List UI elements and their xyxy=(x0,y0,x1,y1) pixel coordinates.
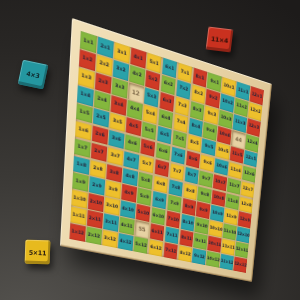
tile-7x8[interactable]: 7×8 xyxy=(168,179,183,197)
tile-8x6[interactable]: 8×6 xyxy=(186,150,201,169)
tile-7x4[interactable]: 7×4 xyxy=(173,113,188,132)
tile-4x12[interactable]: 4×12 xyxy=(118,233,133,251)
tile-3x12[interactable]: 3×12 xyxy=(102,230,118,248)
empty-slot-44[interactable]: 44 xyxy=(231,130,245,148)
tile-2x10[interactable]: 2×10 xyxy=(88,193,104,212)
tile-1x4[interactable]: 1×4 xyxy=(77,85,94,106)
tile-3x6[interactable]: 3×6 xyxy=(108,129,124,149)
tile-4x10[interactable]: 4×10 xyxy=(120,201,136,219)
tile-1x11[interactable]: 1×11 xyxy=(70,207,86,226)
tile-11x6[interactable]: 11×6 xyxy=(228,162,242,180)
tile-6x8[interactable]: 6×8 xyxy=(153,175,168,193)
tile-3x5[interactable]: 3×5 xyxy=(109,112,125,132)
tile-7x7[interactable]: 7×7 xyxy=(169,163,184,181)
tile-9x12[interactable]: 9×12 xyxy=(192,248,206,265)
tile-11x3[interactable]: 11×3 xyxy=(233,114,247,133)
tile-12x8[interactable]: 12×8 xyxy=(239,196,253,213)
tile-1x10[interactable]: 1×10 xyxy=(71,190,87,209)
tile-6x7[interactable]: 6×7 xyxy=(154,159,169,178)
multiplication-board: 1×12×13×14×15×16×17×18×19×110×111×112×11… xyxy=(60,18,272,282)
tile-9x6[interactable]: 9×6 xyxy=(200,154,215,172)
tile-grid: 1×12×13×14×15×16×17×18×19×110×111×112×11… xyxy=(69,31,264,273)
tile-1x12[interactable]: 1×12 xyxy=(69,223,85,241)
tile-2x4[interactable]: 2×4 xyxy=(94,90,110,111)
tile-1x8[interactable]: 1×8 xyxy=(73,155,89,175)
tile-12x4[interactable]: 12×4 xyxy=(245,134,259,152)
tile-12x3[interactable]: 12×3 xyxy=(247,118,261,136)
tile-2x6[interactable]: 2×6 xyxy=(92,125,108,145)
cube-5x11[interactable]: 5×11 xyxy=(25,240,51,265)
tile-7x6[interactable]: 7×6 xyxy=(171,146,186,165)
tile-6x4[interactable]: 6×4 xyxy=(158,109,173,129)
tile-3x11[interactable]: 3×11 xyxy=(103,214,119,232)
tile-9x7[interactable]: 9×7 xyxy=(199,170,214,188)
tile-10x12[interactable]: 10×12 xyxy=(206,251,220,268)
tile-5x4[interactable]: 5×4 xyxy=(142,104,158,124)
tile-2x11[interactable]: 2×11 xyxy=(87,210,103,229)
tile-10x5[interactable]: 10×5 xyxy=(216,142,230,160)
tile-9x5[interactable]: 9×5 xyxy=(201,138,216,157)
tile-9x9[interactable]: 9×9 xyxy=(196,202,210,220)
tile-5x9[interactable]: 5×9 xyxy=(137,188,152,206)
tile-9x10[interactable]: 9×10 xyxy=(195,217,209,234)
tile-11x9[interactable]: 11×9 xyxy=(224,208,238,225)
tile-2x7[interactable]: 2×7 xyxy=(91,142,107,162)
tile-12x7[interactable]: 12×7 xyxy=(241,181,255,198)
tile-1x5[interactable]: 1×5 xyxy=(76,103,93,124)
tile-5x5[interactable]: 5×5 xyxy=(141,121,157,141)
tile-12x11[interactable]: 12×11 xyxy=(235,242,249,258)
tile-10x4[interactable]: 10×4 xyxy=(217,126,231,145)
tile-5x12[interactable]: 5×12 xyxy=(133,236,148,254)
tile-10x6[interactable]: 10×6 xyxy=(214,158,228,176)
tile-5x7[interactable]: 5×7 xyxy=(139,155,154,174)
tile-1x9[interactable]: 1×9 xyxy=(72,173,88,192)
tile-1x6[interactable]: 1×6 xyxy=(75,121,92,141)
tile-10x7[interactable]: 10×7 xyxy=(213,174,227,192)
tile-11x5[interactable]: 11×5 xyxy=(230,146,244,164)
tile-11x10[interactable]: 11×10 xyxy=(223,224,237,241)
tile-3x8[interactable]: 3×8 xyxy=(106,164,122,183)
tile-12x6[interactable]: 12×6 xyxy=(242,165,256,183)
tile-6x9[interactable]: 6×9 xyxy=(152,191,167,209)
cube-11x4[interactable]: 11×4 xyxy=(206,27,234,53)
tile-8x11[interactable]: 8×11 xyxy=(179,230,194,247)
tile-4x11[interactable]: 4×11 xyxy=(119,217,134,235)
tile-2x9[interactable]: 2×9 xyxy=(89,177,105,196)
tile-11x12[interactable]: 11×12 xyxy=(220,254,234,270)
tile-12x12[interactable]: 12×12 xyxy=(233,257,247,273)
tile-5x6[interactable]: 5×6 xyxy=(140,138,156,157)
tile-10x11[interactable]: 10×11 xyxy=(207,236,221,253)
tile-4x4[interactable]: 4×4 xyxy=(127,100,143,120)
tile-9x8[interactable]: 9×8 xyxy=(197,186,212,204)
tile-2x5[interactable]: 2×5 xyxy=(93,108,109,128)
cube-4x3[interactable]: 4×3 xyxy=(18,60,49,90)
tile-3x7[interactable]: 3×7 xyxy=(107,147,123,166)
tile-9x4[interactable]: 9×4 xyxy=(203,122,218,141)
tile-10x9[interactable]: 10×9 xyxy=(210,205,224,222)
tile-12x5[interactable]: 12×5 xyxy=(244,150,258,168)
tile-7x10[interactable]: 7×10 xyxy=(166,211,181,229)
tile-8x7[interactable]: 8×7 xyxy=(184,166,199,184)
tile-4x8[interactable]: 4×8 xyxy=(122,167,138,186)
tile-8x9[interactable]: 8×9 xyxy=(182,198,197,216)
tile-1x7[interactable]: 1×7 xyxy=(74,138,90,158)
tile-7x5[interactable]: 7×5 xyxy=(172,130,187,149)
tile-6x12[interactable]: 6×12 xyxy=(148,239,163,256)
tile-6x11[interactable]: 6×11 xyxy=(149,224,164,242)
tile-8x4[interactable]: 8×4 xyxy=(188,117,203,136)
tile-11x11[interactable]: 11×11 xyxy=(221,239,235,256)
tile-8x12[interactable]: 8×12 xyxy=(178,245,193,262)
tile-11x7[interactable]: 11×7 xyxy=(227,177,241,195)
tile-4x9[interactable]: 4×9 xyxy=(121,184,137,203)
tile-5x8[interactable]: 5×8 xyxy=(138,171,153,190)
photo-background: 1×12×13×14×15×16×17×18×19×110×111×112×11… xyxy=(0,0,300,300)
tile-7x9[interactable]: 7×9 xyxy=(167,195,182,213)
tile-7x11[interactable]: 7×11 xyxy=(164,227,179,244)
tile-10x8[interactable]: 10×8 xyxy=(212,189,226,207)
tile-3x4[interactable]: 3×4 xyxy=(110,95,126,115)
tile-3x9[interactable]: 3×9 xyxy=(105,180,121,199)
tile-6x10[interactable]: 6×10 xyxy=(151,208,166,226)
tile-3x10[interactable]: 3×10 xyxy=(104,197,120,216)
tile-8x5[interactable]: 8×5 xyxy=(187,134,202,153)
tile-8x10[interactable]: 8×10 xyxy=(180,214,195,231)
tile-6x6[interactable]: 6×6 xyxy=(155,142,170,161)
tile-2x12[interactable]: 2×12 xyxy=(86,227,102,245)
tile-12x9[interactable]: 12×9 xyxy=(238,212,252,229)
tile-9x11[interactable]: 9×11 xyxy=(193,233,207,250)
tile-5x10[interactable]: 5×10 xyxy=(135,204,150,222)
tile-10x10[interactable]: 10×10 xyxy=(209,221,223,238)
tile-12x10[interactable]: 12×10 xyxy=(236,227,250,244)
tile-6x5[interactable]: 6×5 xyxy=(157,125,172,144)
tile-4x5[interactable]: 4×5 xyxy=(125,117,141,137)
tile-2x8[interactable]: 2×8 xyxy=(90,160,106,179)
tile-8x8[interactable]: 8×8 xyxy=(183,182,198,200)
tile-7x12[interactable]: 7×12 xyxy=(163,242,178,259)
empty-slot-55[interactable]: 55 xyxy=(134,220,149,238)
tile-11x8[interactable]: 11×8 xyxy=(226,193,240,210)
tile-4x7[interactable]: 4×7 xyxy=(123,151,139,170)
tile-4x6[interactable]: 4×6 xyxy=(124,134,140,154)
